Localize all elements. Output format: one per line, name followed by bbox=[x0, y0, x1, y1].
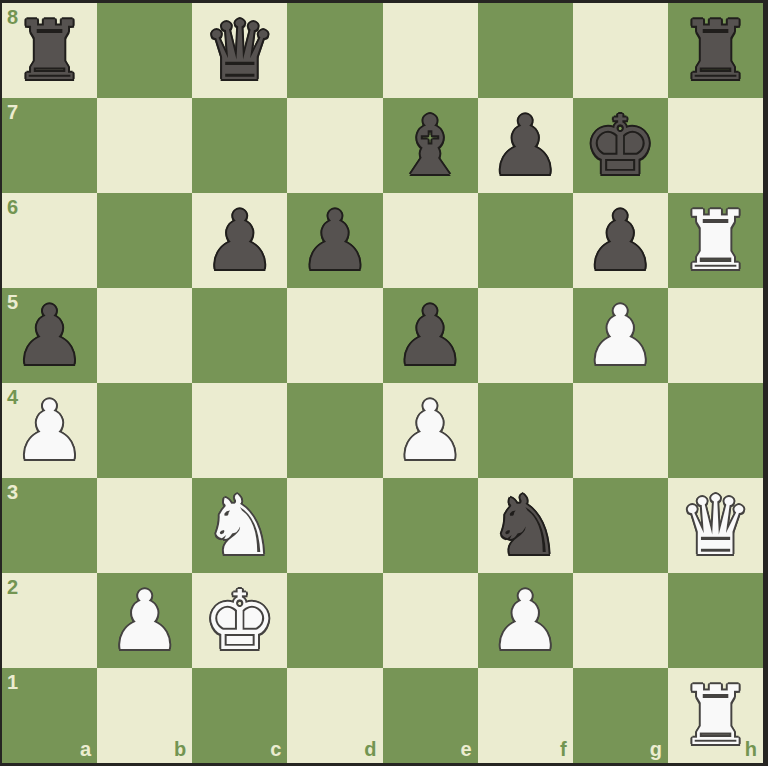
square-c1[interactable]: c bbox=[192, 668, 287, 763]
square-h2[interactable] bbox=[668, 573, 763, 668]
square-f8[interactable] bbox=[478, 3, 573, 98]
square-a6[interactable]: 6 bbox=[2, 193, 97, 288]
square-c2[interactable]: ♚ bbox=[192, 573, 287, 668]
square-b8[interactable] bbox=[97, 3, 192, 98]
square-g7[interactable]: ♚ bbox=[573, 98, 668, 193]
square-h1[interactable]: h♜ bbox=[668, 668, 763, 763]
file-label-d: d bbox=[364, 739, 376, 759]
square-d7[interactable] bbox=[287, 98, 382, 193]
piece-white-queen[interactable]: ♛ bbox=[679, 478, 753, 573]
square-a7[interactable]: 7 bbox=[2, 98, 97, 193]
square-g1[interactable]: g bbox=[573, 668, 668, 763]
square-h8[interactable]: ♜ bbox=[668, 3, 763, 98]
piece-black-rook[interactable]: ♜ bbox=[679, 3, 753, 98]
square-h5[interactable] bbox=[668, 288, 763, 383]
square-e4[interactable]: ♟ bbox=[383, 383, 478, 478]
file-label-b: b bbox=[174, 739, 186, 759]
piece-white-pawn[interactable]: ♟ bbox=[13, 383, 87, 478]
square-f4[interactable] bbox=[478, 383, 573, 478]
square-e8[interactable] bbox=[383, 3, 478, 98]
rank-label-3: 3 bbox=[7, 482, 18, 502]
square-b7[interactable] bbox=[97, 98, 192, 193]
piece-black-queen[interactable]: ♛ bbox=[203, 3, 277, 98]
square-b3[interactable] bbox=[97, 478, 192, 573]
square-e6[interactable] bbox=[383, 193, 478, 288]
piece-white-king[interactable]: ♚ bbox=[203, 573, 277, 668]
file-label-f: f bbox=[560, 739, 567, 759]
file-label-c: c bbox=[270, 739, 281, 759]
piece-black-pawn[interactable]: ♟ bbox=[13, 288, 87, 383]
piece-white-pawn[interactable]: ♟ bbox=[393, 383, 467, 478]
square-f3[interactable]: ♞ bbox=[478, 478, 573, 573]
square-e2[interactable] bbox=[383, 573, 478, 668]
square-g5[interactable]: ♟ bbox=[573, 288, 668, 383]
square-b2[interactable]: ♟ bbox=[97, 573, 192, 668]
square-d5[interactable] bbox=[287, 288, 382, 383]
square-g3[interactable] bbox=[573, 478, 668, 573]
square-g4[interactable] bbox=[573, 383, 668, 478]
square-c8[interactable]: ♛ bbox=[192, 3, 287, 98]
square-a8[interactable]: 8♜ bbox=[2, 3, 97, 98]
square-g8[interactable] bbox=[573, 3, 668, 98]
square-e1[interactable]: e bbox=[383, 668, 478, 763]
piece-black-pawn[interactable]: ♟ bbox=[298, 193, 372, 288]
file-label-a: a bbox=[80, 739, 91, 759]
rank-label-2: 2 bbox=[7, 577, 18, 597]
piece-black-pawn[interactable]: ♟ bbox=[488, 98, 562, 193]
piece-black-pawn[interactable]: ♟ bbox=[393, 288, 467, 383]
square-b6[interactable] bbox=[97, 193, 192, 288]
piece-black-pawn[interactable]: ♟ bbox=[203, 193, 277, 288]
piece-white-pawn[interactable]: ♟ bbox=[584, 288, 658, 383]
rank-label-7: 7 bbox=[7, 102, 18, 122]
square-c6[interactable]: ♟ bbox=[192, 193, 287, 288]
piece-white-knight[interactable]: ♞ bbox=[203, 478, 277, 573]
square-g6[interactable]: ♟ bbox=[573, 193, 668, 288]
square-h4[interactable] bbox=[668, 383, 763, 478]
square-a4[interactable]: 4♟ bbox=[2, 383, 97, 478]
file-label-g: g bbox=[650, 739, 662, 759]
square-f1[interactable]: f bbox=[478, 668, 573, 763]
square-e3[interactable] bbox=[383, 478, 478, 573]
square-e7[interactable]: ♝ bbox=[383, 98, 478, 193]
square-d2[interactable] bbox=[287, 573, 382, 668]
square-d4[interactable] bbox=[287, 383, 382, 478]
piece-black-pawn[interactable]: ♟ bbox=[584, 193, 658, 288]
square-b5[interactable] bbox=[97, 288, 192, 383]
square-a5[interactable]: 5♟ bbox=[2, 288, 97, 383]
square-h3[interactable]: ♛ bbox=[668, 478, 763, 573]
piece-black-bishop[interactable]: ♝ bbox=[393, 98, 467, 193]
square-f7[interactable]: ♟ bbox=[478, 98, 573, 193]
square-f6[interactable] bbox=[478, 193, 573, 288]
square-c3[interactable]: ♞ bbox=[192, 478, 287, 573]
piece-black-knight[interactable]: ♞ bbox=[488, 478, 562, 573]
square-b4[interactable] bbox=[97, 383, 192, 478]
square-f2[interactable]: ♟ bbox=[478, 573, 573, 668]
square-d6[interactable]: ♟ bbox=[287, 193, 382, 288]
rank-label-6: 6 bbox=[7, 197, 18, 217]
piece-white-rook[interactable]: ♜ bbox=[679, 193, 753, 288]
piece-black-rook[interactable]: ♜ bbox=[13, 3, 87, 98]
square-c7[interactable] bbox=[192, 98, 287, 193]
square-h7[interactable] bbox=[668, 98, 763, 193]
piece-white-pawn[interactable]: ♟ bbox=[488, 573, 562, 668]
square-g2[interactable] bbox=[573, 573, 668, 668]
square-d3[interactable] bbox=[287, 478, 382, 573]
square-d8[interactable] bbox=[287, 3, 382, 98]
chess-board: 8♜♛♜7♝♟♚6♟♟♟♜5♟♟♟4♟♟3♞♞♛2♟♚♟1abcdefgh♜ bbox=[2, 3, 763, 762]
square-f5[interactable] bbox=[478, 288, 573, 383]
square-b1[interactable]: b bbox=[97, 668, 192, 763]
square-a1[interactable]: 1a bbox=[2, 668, 97, 763]
piece-black-king[interactable]: ♚ bbox=[584, 98, 658, 193]
square-d1[interactable]: d bbox=[287, 668, 382, 763]
square-c5[interactable] bbox=[192, 288, 287, 383]
square-e5[interactable]: ♟ bbox=[383, 288, 478, 383]
square-a2[interactable]: 2 bbox=[2, 573, 97, 668]
piece-white-rook[interactable]: ♜ bbox=[679, 668, 753, 763]
rank-label-1: 1 bbox=[7, 672, 18, 692]
square-c4[interactable] bbox=[192, 383, 287, 478]
square-h6[interactable]: ♜ bbox=[668, 193, 763, 288]
square-a3[interactable]: 3 bbox=[2, 478, 97, 573]
file-label-e: e bbox=[461, 739, 472, 759]
piece-white-pawn[interactable]: ♟ bbox=[108, 573, 182, 668]
